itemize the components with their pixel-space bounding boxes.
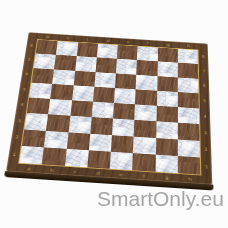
square-b7[interactable]	[54, 55, 76, 71]
square-h1[interactable]	[178, 156, 201, 175]
coord-label-7: 7	[200, 64, 208, 79]
coord-label-5: 5	[200, 93, 208, 109]
square-d2[interactable]	[89, 133, 112, 151]
coord-label-f: f	[132, 172, 155, 180]
square-e7[interactable]	[116, 59, 137, 75]
square-d6[interactable]	[94, 72, 116, 88]
square-e6[interactable]	[115, 73, 137, 89]
square-d7[interactable]	[95, 58, 116, 74]
square-f7[interactable]	[136, 60, 157, 76]
square-a6[interactable]	[31, 68, 54, 84]
square-g6[interactable]	[157, 76, 178, 92]
coord-label-e: e	[109, 170, 132, 178]
square-c7[interactable]	[75, 56, 97, 72]
square-g8[interactable]	[157, 48, 177, 63]
square-g4[interactable]	[156, 106, 178, 123]
square-a3[interactable]	[24, 113, 48, 130]
square-b4[interactable]	[48, 99, 71, 116]
square-f5[interactable]	[135, 89, 157, 106]
square-c5[interactable]	[72, 85, 95, 101]
square-b8[interactable]	[56, 41, 78, 56]
square-h4[interactable]	[178, 107, 200, 124]
square-d1[interactable]	[87, 150, 111, 169]
square-b5[interactable]	[50, 84, 73, 100]
square-a5[interactable]	[29, 82, 52, 98]
square-e2[interactable]	[111, 135, 134, 153]
square-h6[interactable]	[178, 77, 199, 93]
square-b1[interactable]	[42, 147, 66, 166]
rank-labels-right: 87654321	[199, 50, 211, 176]
coord-label-d: d	[86, 169, 110, 177]
square-d4[interactable]	[91, 102, 114, 119]
square-g7[interactable]	[157, 61, 178, 77]
board-grid	[18, 39, 201, 175]
square-b6[interactable]	[52, 69, 74, 85]
square-d5[interactable]	[93, 86, 115, 103]
square-c3[interactable]	[68, 116, 91, 134]
square-c1[interactable]	[64, 149, 88, 168]
square-a7[interactable]	[34, 54, 56, 70]
coord-label-2: 2	[202, 141, 211, 159]
square-h2[interactable]	[178, 139, 200, 157]
square-e8[interactable]	[117, 45, 138, 60]
square-f6[interactable]	[136, 74, 157, 90]
square-b2[interactable]	[44, 131, 68, 149]
coord-label-4: 4	[201, 109, 209, 125]
square-c8[interactable]	[76, 42, 97, 57]
square-a8[interactable]	[36, 40, 58, 55]
watermark: SmartOnly.eu	[97, 187, 224, 211]
square-e1[interactable]	[110, 152, 133, 171]
square-a4[interactable]	[27, 98, 51, 115]
coord-label-1: 1	[202, 158, 211, 176]
square-g5[interactable]	[156, 91, 177, 108]
square-e5[interactable]	[114, 88, 136, 105]
square-g2[interactable]	[155, 138, 177, 156]
square-h7[interactable]	[178, 63, 199, 79]
square-f4[interactable]	[135, 104, 157, 121]
square-a2[interactable]	[22, 129, 46, 147]
product-photo: abcdefgh abcdefgh 87654321 87654321 Smar…	[0, 0, 228, 228]
square-f2[interactable]	[133, 136, 156, 154]
coord-label-h: h	[178, 175, 201, 183]
square-f8[interactable]	[137, 46, 158, 61]
chess-board: abcdefgh abcdefgh 87654321 87654321	[6, 32, 212, 184]
square-f3[interactable]	[134, 120, 156, 138]
square-c4[interactable]	[70, 100, 93, 117]
square-e4[interactable]	[113, 103, 135, 120]
coord-label-b: b	[40, 166, 64, 174]
square-e3[interactable]	[112, 119, 135, 137]
coord-label-6: 6	[200, 78, 208, 93]
square-d8[interactable]	[97, 44, 118, 59]
square-c6[interactable]	[73, 70, 95, 86]
square-f1[interactable]	[132, 153, 155, 172]
coord-label-g: g	[155, 173, 178, 181]
square-d3[interactable]	[90, 117, 113, 135]
square-h5[interactable]	[178, 92, 199, 109]
coord-label-a: a	[17, 164, 41, 172]
square-g1[interactable]	[155, 154, 178, 173]
coord-label-c: c	[63, 167, 87, 175]
coord-label-8: 8	[199, 50, 207, 65]
square-g3[interactable]	[156, 121, 178, 139]
square-c2[interactable]	[66, 132, 90, 150]
square-a1[interactable]	[19, 146, 44, 165]
coord-label-3: 3	[201, 125, 210, 142]
square-h8[interactable]	[178, 49, 198, 64]
square-h3[interactable]	[178, 123, 200, 141]
square-b3[interactable]	[46, 114, 70, 132]
